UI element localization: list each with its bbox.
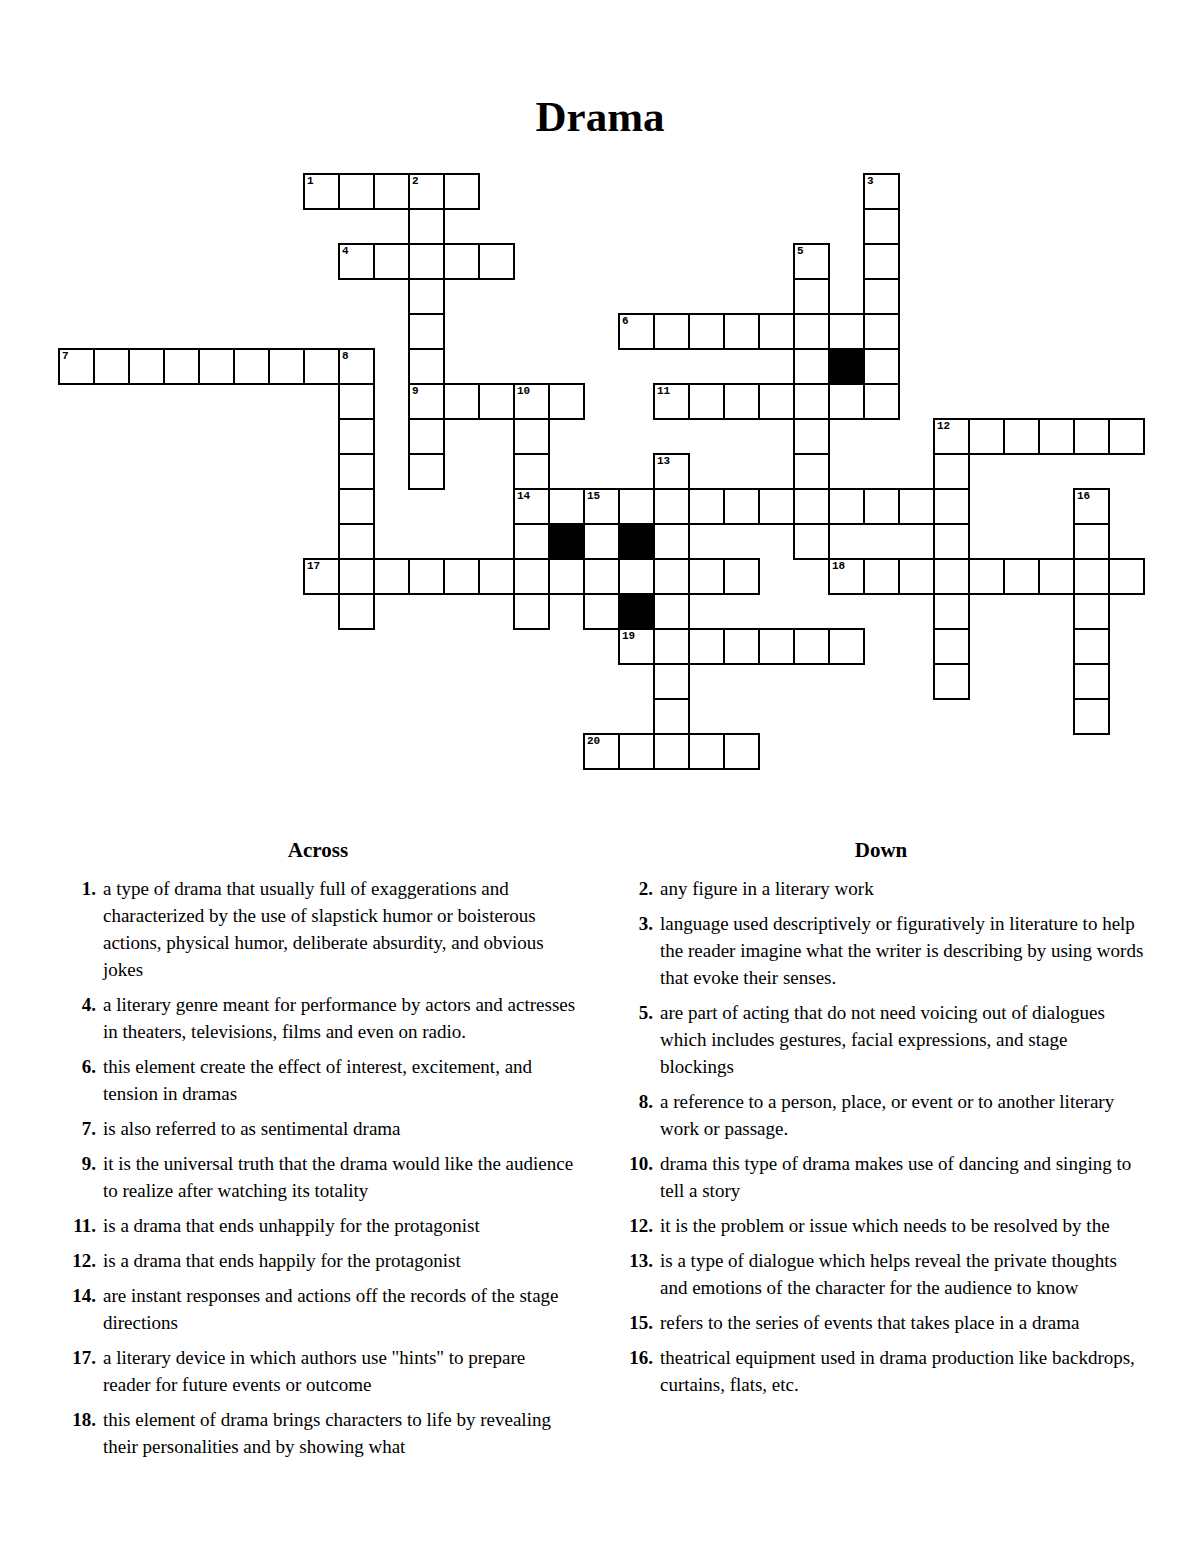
puzzle-title: Drama	[0, 92, 1200, 141]
grid-cell[interactable]	[408, 208, 445, 245]
clue-number: 4.	[60, 991, 96, 1045]
clue-text: drama this type of drama makes use of da…	[660, 1150, 1145, 1204]
grid-cell[interactable]: 12	[933, 418, 970, 455]
clue-number-label: 15	[587, 491, 600, 502]
clue-number-label: 12	[937, 421, 950, 432]
grid-cell[interactable]	[478, 558, 515, 595]
grid-cell[interactable]	[653, 593, 690, 630]
grid-cell[interactable]	[548, 558, 585, 595]
grid-cell[interactable]	[793, 628, 830, 665]
clue-number-label: 20	[587, 736, 600, 747]
grid-cell[interactable]	[1108, 418, 1145, 455]
grid-cell[interactable]	[548, 383, 585, 420]
grid-cell[interactable]	[653, 733, 690, 770]
grid-cell[interactable]	[723, 488, 760, 525]
clue-item: 5.are part of acting that do not need vo…	[617, 999, 1145, 1080]
grid-cell[interactable]	[863, 488, 900, 525]
grid-cell[interactable]	[128, 348, 165, 385]
clue-item: 14.are instant responses and actions off…	[60, 1282, 576, 1336]
clue-item: 6.this element create the effect of inte…	[60, 1053, 576, 1107]
grid-cell-black	[618, 593, 655, 630]
down-clue-list: Down 2.any figure in a literary work3.la…	[617, 838, 1145, 1406]
grid-cell[interactable]	[1073, 698, 1110, 735]
grid-cell[interactable]	[688, 558, 725, 595]
across-heading: Across	[60, 838, 576, 863]
grid-cell[interactable]	[653, 313, 690, 350]
grid-cell[interactable]	[653, 698, 690, 735]
grid-cell[interactable]	[863, 208, 900, 245]
grid-cell[interactable]	[583, 558, 620, 595]
clue-number: 12.	[617, 1212, 653, 1239]
clue-number: 17.	[60, 1344, 96, 1398]
grid-cell[interactable]	[198, 348, 235, 385]
down-clues: 2.any figure in a literary work3.languag…	[617, 875, 1145, 1398]
clue-number: 15.	[617, 1309, 653, 1336]
grid-cell[interactable]	[618, 558, 655, 595]
grid-cell[interactable]	[513, 558, 550, 595]
clue-item: 15.refers to the series of events that t…	[617, 1309, 1145, 1336]
grid-cell[interactable]	[1073, 593, 1110, 630]
grid-cell[interactable]	[688, 628, 725, 665]
clue-text: this element of drama brings characters …	[103, 1406, 576, 1460]
grid-cell-black	[548, 523, 585, 560]
grid-cell-black	[828, 348, 865, 385]
clue-number-label: 19	[622, 631, 635, 642]
grid-cell[interactable]: 3	[863, 173, 900, 210]
grid-cell[interactable]	[1003, 558, 1040, 595]
grid-cell[interactable]	[723, 628, 760, 665]
down-heading: Down	[617, 838, 1145, 863]
clue-number-label: 5	[797, 246, 804, 257]
clue-item: 3.language used descriptively or figurat…	[617, 910, 1145, 991]
clue-item: 2.any figure in a literary work	[617, 875, 1145, 902]
grid-cell[interactable]	[653, 488, 690, 525]
grid-cell[interactable]	[828, 313, 865, 350]
grid-cell[interactable]	[478, 383, 515, 420]
clue-number-label: 4	[342, 246, 349, 257]
grid-cell[interactable]: 9	[408, 383, 445, 420]
grid-cell[interactable]	[758, 488, 795, 525]
grid-cell[interactable]	[793, 523, 830, 560]
grid-cell[interactable]	[338, 418, 375, 455]
grid-cell[interactable]	[268, 348, 305, 385]
clue-text: refers to the series of events that take…	[660, 1309, 1145, 1336]
clue-number: 12.	[60, 1247, 96, 1274]
grid-cell[interactable]: 6	[618, 313, 655, 350]
clue-item: 9.it is the universal truth that the dra…	[60, 1150, 576, 1204]
across-clues: 1.a type of drama that usually full of e…	[60, 875, 576, 1460]
clue-number: 1.	[60, 875, 96, 983]
clue-item: 1.a type of drama that usually full of e…	[60, 875, 576, 983]
clue-number: 10.	[617, 1150, 653, 1204]
grid-cell[interactable]: 20	[583, 733, 620, 770]
grid-cell[interactable]	[828, 383, 865, 420]
grid-cell[interactable]: 14	[513, 488, 550, 525]
clue-item: 10.drama this type of drama makes use of…	[617, 1150, 1145, 1204]
grid-cell[interactable]	[723, 313, 760, 350]
grid-cell[interactable]	[1073, 418, 1110, 455]
clue-text: this element create the effect of intere…	[103, 1053, 576, 1107]
grid-cell[interactable]	[793, 453, 830, 490]
grid-cell[interactable]	[373, 173, 410, 210]
clue-number-label: 1	[307, 176, 314, 187]
grid-cell[interactable]	[793, 488, 830, 525]
grid-cell[interactable]	[758, 628, 795, 665]
clue-number: 13.	[617, 1247, 653, 1301]
grid-cell[interactable]	[653, 558, 690, 595]
grid-cell[interactable]	[1073, 663, 1110, 700]
grid-cell[interactable]	[1003, 418, 1040, 455]
clue-number: 18.	[60, 1406, 96, 1460]
grid-cell[interactable]: 10	[513, 383, 550, 420]
grid-cell[interactable]	[373, 558, 410, 595]
clue-number: 2.	[617, 875, 653, 902]
clue-item: 16.theatrical equipment used in drama pr…	[617, 1344, 1145, 1398]
clue-text: a literary genre meant for performance b…	[103, 991, 576, 1045]
grid-cell[interactable]	[478, 243, 515, 280]
clue-item: 7.is also referred to as sentimental dra…	[60, 1115, 576, 1142]
grid-cell[interactable]	[933, 488, 970, 525]
grid-cell[interactable]	[338, 383, 375, 420]
grid-cell[interactable]	[863, 243, 900, 280]
grid-cell[interactable]	[443, 558, 480, 595]
grid-cell[interactable]	[688, 488, 725, 525]
grid-cell[interactable]	[338, 173, 375, 210]
grid-cell[interactable]	[338, 453, 375, 490]
crossword-grid: 1234567891011121314151617181920	[58, 173, 1143, 768]
grid-cell[interactable]	[513, 523, 550, 560]
clue-item: 12.is a drama that ends happily for the …	[60, 1247, 576, 1274]
clue-number: 11.	[60, 1212, 96, 1239]
clue-item: 12.it is the problem or issue which need…	[617, 1212, 1145, 1239]
grid-cell[interactable]	[1073, 628, 1110, 665]
grid-cell[interactable]	[443, 173, 480, 210]
grid-cell[interactable]	[828, 628, 865, 665]
grid-cell[interactable]: 1	[303, 173, 340, 210]
clue-number: 16.	[617, 1344, 653, 1398]
grid-cell[interactable]	[758, 313, 795, 350]
clue-text: are instant responses and actions off th…	[103, 1282, 576, 1336]
clue-text: is a drama that ends unhappily for the p…	[103, 1212, 576, 1239]
grid-cell-black	[618, 523, 655, 560]
clue-number: 6.	[60, 1053, 96, 1107]
grid-cell[interactable]	[408, 348, 445, 385]
grid-cell[interactable]: 17	[303, 558, 340, 595]
clue-item: 11.is a drama that ends unhappily for th…	[60, 1212, 576, 1239]
grid-cell[interactable]	[653, 523, 690, 560]
clue-number: 14.	[60, 1282, 96, 1336]
grid-cell[interactable]	[828, 488, 865, 525]
grid-cell[interactable]	[968, 418, 1005, 455]
clue-number-label: 3	[867, 176, 874, 187]
grid-cell[interactable]	[688, 383, 725, 420]
grid-cell[interactable]	[618, 488, 655, 525]
grid-cell[interactable]	[933, 628, 970, 665]
grid-cell[interactable]	[408, 243, 445, 280]
clue-text: it is the universal truth that the drama…	[103, 1150, 576, 1204]
grid-cell[interactable]	[513, 418, 550, 455]
clue-text: it is the problem or issue which needs t…	[660, 1212, 1145, 1239]
grid-cell[interactable]	[898, 558, 935, 595]
grid-cell[interactable]	[513, 593, 550, 630]
clue-text: are part of acting that do not need voic…	[660, 999, 1145, 1080]
grid-cell[interactable]	[793, 383, 830, 420]
grid-cell[interactable]	[933, 558, 970, 595]
grid-cell[interactable]	[1038, 418, 1075, 455]
clue-text: a literary device in which authors use "…	[103, 1344, 576, 1398]
clue-number-label: 18	[832, 561, 845, 572]
clue-item: 13.is a type of dialogue which helps rev…	[617, 1247, 1145, 1301]
grid-cell[interactable]: 15	[583, 488, 620, 525]
grid-cell[interactable]	[338, 593, 375, 630]
grid-cell[interactable]	[1108, 558, 1145, 595]
clue-number-label: 13	[657, 456, 670, 467]
clue-number-label: 17	[307, 561, 320, 572]
grid-cell[interactable]	[548, 488, 585, 525]
clue-number-label: 16	[1077, 491, 1090, 502]
clue-text: a reference to a person, place, or event…	[660, 1088, 1145, 1142]
grid-cell[interactable]	[408, 558, 445, 595]
clue-number-label: 2	[412, 176, 419, 187]
clue-number-label: 14	[517, 491, 530, 502]
clue-number: 5.	[617, 999, 653, 1080]
grid-cell[interactable]: 7	[58, 348, 95, 385]
grid-cell[interactable]	[723, 733, 760, 770]
grid-cell[interactable]: 16	[1073, 488, 1110, 525]
grid-cell[interactable]	[793, 418, 830, 455]
grid-cell[interactable]	[968, 558, 1005, 595]
grid-cell[interactable]: 18	[828, 558, 865, 595]
grid-cell[interactable]	[233, 348, 270, 385]
grid-cell[interactable]	[443, 383, 480, 420]
clue-number-label: 8	[342, 351, 349, 362]
clue-number-label: 10	[517, 386, 530, 397]
grid-cell[interactable]	[373, 243, 410, 280]
clue-text: a type of drama that usually full of exa…	[103, 875, 576, 983]
grid-cell[interactable]	[793, 313, 830, 350]
grid-cell[interactable]	[1038, 558, 1075, 595]
grid-cell[interactable]	[583, 523, 620, 560]
clue-number-label: 6	[622, 316, 629, 327]
grid-cell[interactable]	[513, 453, 550, 490]
clue-text: is also referred to as sentimental drama	[103, 1115, 576, 1142]
grid-cell[interactable]	[408, 278, 445, 315]
clue-number: 9.	[60, 1150, 96, 1204]
grid-cell[interactable]	[408, 453, 445, 490]
grid-cell[interactable]: 13	[653, 453, 690, 490]
grid-cell[interactable]: 11	[653, 383, 690, 420]
clue-item: 4.a literary genre meant for performance…	[60, 991, 576, 1045]
grid-cell[interactable]	[933, 523, 970, 560]
clue-text: language used descriptively or figurativ…	[660, 910, 1145, 991]
grid-cell[interactable]: 2	[408, 173, 445, 210]
grid-cell[interactable]	[688, 733, 725, 770]
grid-cell[interactable]	[723, 558, 760, 595]
grid-cell[interactable]	[863, 348, 900, 385]
grid-cell[interactable]	[618, 733, 655, 770]
clue-number: 7.	[60, 1115, 96, 1142]
grid-cell[interactable]	[793, 278, 830, 315]
clue-number-label: 7	[62, 351, 69, 362]
grid-cell[interactable]	[793, 348, 830, 385]
clue-text: is a type of dialogue which helps reveal…	[660, 1247, 1145, 1301]
grid-cell[interactable]	[723, 383, 760, 420]
clue-number: 3.	[617, 910, 653, 991]
grid-cell[interactable]	[338, 558, 375, 595]
clue-text: is a drama that ends happily for the pro…	[103, 1247, 576, 1274]
grid-cell[interactable]	[863, 278, 900, 315]
grid-cell[interactable]: 4	[338, 243, 375, 280]
grid-cell[interactable]	[408, 418, 445, 455]
grid-cell[interactable]	[653, 663, 690, 700]
clue-item: 8.a reference to a person, place, or eve…	[617, 1088, 1145, 1142]
grid-cell[interactable]: 5	[793, 243, 830, 280]
grid-cell[interactable]	[863, 558, 900, 595]
grid-cell[interactable]	[303, 348, 340, 385]
grid-cell[interactable]	[163, 348, 200, 385]
grid-cell[interactable]	[338, 523, 375, 560]
clue-text: any figure in a literary work	[660, 875, 1145, 902]
grid-cell[interactable]	[863, 313, 900, 350]
grid-cell[interactable]: 8	[338, 348, 375, 385]
grid-cell[interactable]	[408, 313, 445, 350]
clue-text: theatrical equipment used in drama produ…	[660, 1344, 1145, 1398]
grid-cell[interactable]	[898, 488, 935, 525]
grid-cell[interactable]	[1073, 558, 1110, 595]
grid-cell[interactable]	[933, 663, 970, 700]
clue-number: 8.	[617, 1088, 653, 1142]
grid-cell[interactable]	[863, 383, 900, 420]
across-clue-list: Across 1.a type of drama that usually fu…	[60, 838, 576, 1468]
grid-cell[interactable]	[1073, 523, 1110, 560]
grid-cell[interactable]	[583, 593, 620, 630]
clue-number-label: 9	[412, 386, 419, 397]
clue-number-label: 11	[657, 386, 670, 397]
grid-cell[interactable]	[93, 348, 130, 385]
grid-cell[interactable]	[688, 313, 725, 350]
grid-cell[interactable]	[653, 628, 690, 665]
grid-cell[interactable]	[933, 453, 970, 490]
clue-item: 18.this element of drama brings characte…	[60, 1406, 576, 1460]
grid-cell[interactable]	[338, 488, 375, 525]
grid-cell[interactable]: 19	[618, 628, 655, 665]
clue-item: 17.a literary device in which authors us…	[60, 1344, 576, 1398]
grid-cell[interactable]	[758, 383, 795, 420]
grid-cell[interactable]	[443, 243, 480, 280]
grid-cell[interactable]	[933, 593, 970, 630]
